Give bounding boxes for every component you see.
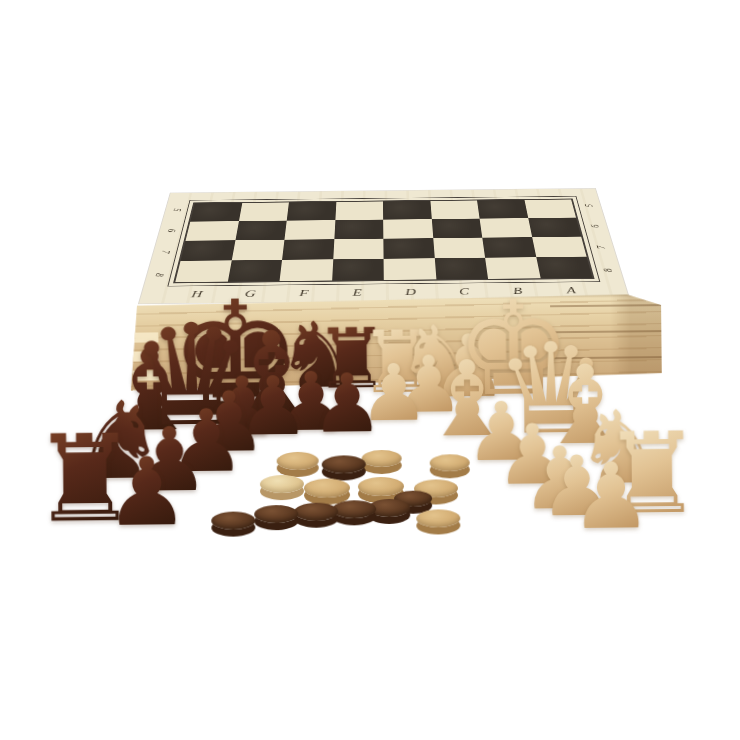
checker-disc-dark	[332, 500, 376, 518]
checker-disc-light	[358, 476, 404, 495]
board-square	[334, 220, 383, 240]
board-square	[190, 203, 242, 222]
dark-pieces-group: ♜♞♟♝♟♛♟♟♚♟♝♟♟♞♟♜	[0, 0, 737, 4]
checker-disc-light	[430, 454, 470, 471]
board-square	[431, 219, 482, 239]
checker-disc-dark	[294, 503, 338, 521]
board-square	[477, 200, 528, 219]
board-square	[282, 239, 334, 260]
board-square	[332, 259, 384, 281]
dark-pawn: ♟	[310, 363, 383, 445]
board-square	[528, 218, 581, 238]
file-label: D	[384, 286, 438, 297]
dark-pawn: ♟	[104, 445, 189, 540]
board-square	[186, 221, 239, 241]
board-square	[235, 221, 287, 241]
board-square	[383, 201, 431, 220]
board-square	[384, 258, 436, 280]
board-square	[524, 199, 576, 218]
checker-disc-light	[304, 478, 350, 497]
checker-disc-dark	[322, 455, 366, 473]
light-pieces-group: ♜♞♟♟♟♚♝♛♝♟♟♟♞♜♟♟	[0, 0, 737, 4]
board-square	[383, 219, 433, 239]
board-square	[287, 202, 336, 221]
light-pawn: ♟	[570, 450, 653, 542]
chess-set-scene: 5678 5678 HGFEDCBA ♜♞♟♝♟♛♟♟♚♟♝♟♟♞♟♜ ♜♞♟♟…	[0, 0, 740, 740]
board-square	[482, 237, 536, 258]
checker-disc-light	[362, 449, 402, 466]
checker-disc-dark	[211, 511, 255, 529]
board-square	[480, 218, 532, 238]
board-square	[532, 237, 587, 258]
board-square	[430, 200, 480, 219]
board-square	[181, 240, 235, 261]
checker-disc-light	[277, 452, 319, 470]
checker-disc-dark	[254, 505, 298, 523]
board-square	[335, 201, 383, 220]
product-photo: 5678 5678 HGFEDCBA ♜♞♟♝♟♛♟♟♚♟♝♟♟♞♟♜ ♜♞♟♟…	[0, 0, 740, 740]
board-square	[239, 202, 289, 221]
board-square	[383, 238, 434, 259]
board-square	[284, 220, 334, 240]
board-square	[333, 239, 384, 260]
checkers-group	[0, 0, 737, 4]
file-label: E	[330, 287, 384, 298]
board-square	[231, 240, 284, 261]
checker-disc-light	[416, 509, 460, 527]
checker-disc-pale	[260, 475, 304, 493]
board-square	[433, 238, 485, 259]
